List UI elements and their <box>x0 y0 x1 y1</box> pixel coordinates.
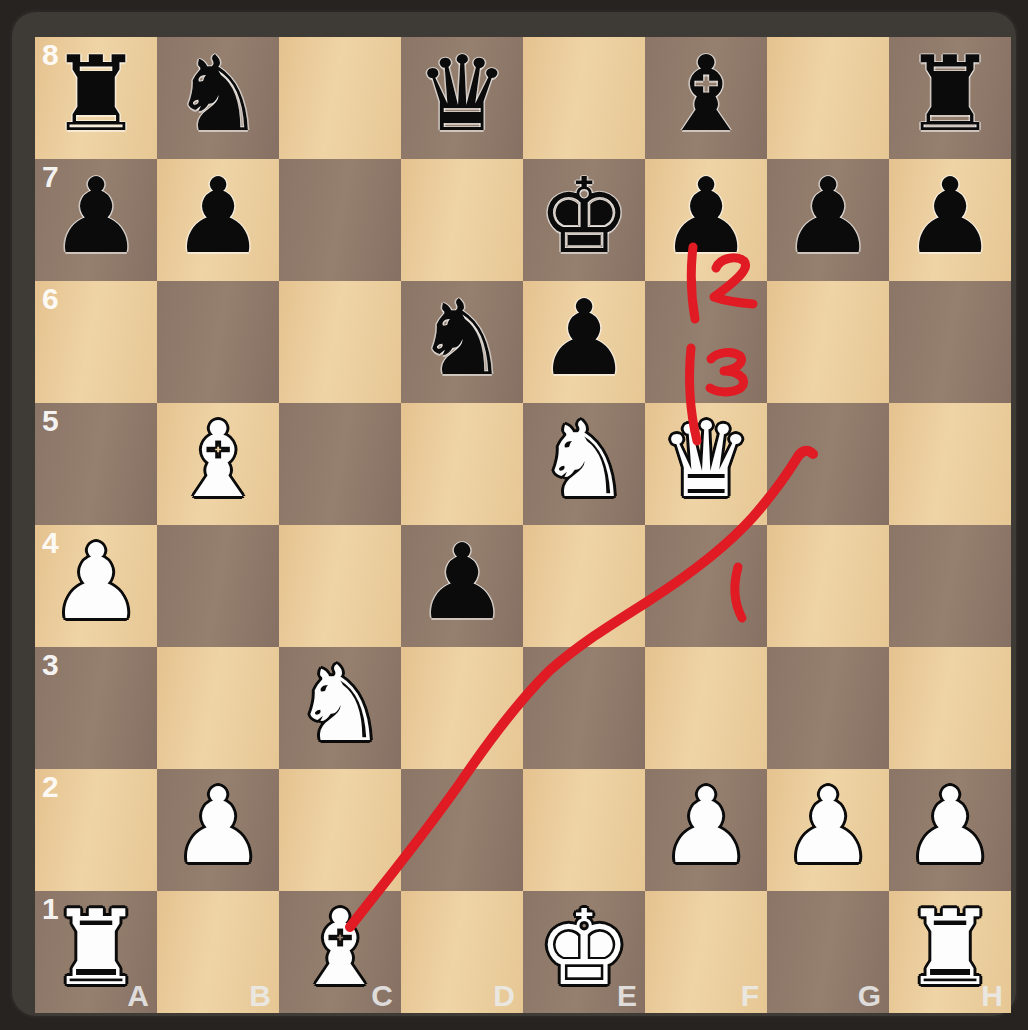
piece-white-rook-a1[interactable]: ♜ <box>49 896 142 1000</box>
square-f2[interactable]: ♟ <box>645 769 767 891</box>
square-b8[interactable]: ♞ <box>157 37 279 159</box>
square-g6[interactable] <box>767 281 889 403</box>
square-f5[interactable]: ♛ <box>645 403 767 525</box>
square-a7[interactable]: 7♟ <box>35 159 157 281</box>
square-h2[interactable]: ♟ <box>889 769 1011 891</box>
square-c8[interactable] <box>279 37 401 159</box>
square-h8[interactable]: ♜ <box>889 37 1011 159</box>
square-b4[interactable] <box>157 525 279 647</box>
square-g4[interactable] <box>767 525 889 647</box>
square-h6[interactable] <box>889 281 1011 403</box>
square-e6[interactable]: ♟ <box>523 281 645 403</box>
file-label-d: D <box>493 979 515 1013</box>
piece-black-pawn-f7[interactable]: ♟ <box>659 164 752 268</box>
square-a1[interactable]: 1A♜ <box>35 891 157 1013</box>
square-c1[interactable]: C♝ <box>279 891 401 1013</box>
square-g1[interactable]: G <box>767 891 889 1013</box>
square-d2[interactable] <box>401 769 523 891</box>
piece-white-pawn-h2[interactable]: ♟ <box>903 774 996 878</box>
piece-white-knight-e5[interactable]: ♞ <box>537 408 630 512</box>
file-label-g: G <box>858 979 881 1013</box>
square-e2[interactable] <box>523 769 645 891</box>
file-label-f: F <box>741 979 759 1013</box>
square-g8[interactable] <box>767 37 889 159</box>
square-d3[interactable] <box>401 647 523 769</box>
square-a5[interactable]: 5 <box>35 403 157 525</box>
square-c2[interactable] <box>279 769 401 891</box>
piece-black-pawn-d4[interactable]: ♟ <box>415 530 508 634</box>
piece-black-rook-h8[interactable]: ♜ <box>903 42 996 146</box>
square-g3[interactable] <box>767 647 889 769</box>
square-e7[interactable]: ♚ <box>523 159 645 281</box>
square-f6[interactable] <box>645 281 767 403</box>
piece-white-rook-h1[interactable]: ♜ <box>903 896 996 1000</box>
chess-board: 8♜♞♛♝♜7♟♟♚♟♟♟6♞♟5♝♞♛4♟♟3♞2♟♟♟♟1A♜BC♝DE♚F… <box>35 37 1011 1013</box>
file-label-b: B <box>249 979 271 1013</box>
piece-black-pawn-a7[interactable]: ♟ <box>49 164 142 268</box>
square-h1[interactable]: H♜ <box>889 891 1011 1013</box>
piece-white-knight-c3[interactable]: ♞ <box>293 652 386 756</box>
app-background: 8♜♞♛♝♜7♟♟♚♟♟♟6♞♟5♝♞♛4♟♟3♞2♟♟♟♟1A♜BC♝DE♚F… <box>0 0 1028 1030</box>
piece-white-pawn-a4[interactable]: ♟ <box>49 530 142 634</box>
square-d4[interactable]: ♟ <box>401 525 523 647</box>
square-c4[interactable] <box>279 525 401 647</box>
square-h3[interactable] <box>889 647 1011 769</box>
square-c6[interactable] <box>279 281 401 403</box>
square-f8[interactable]: ♝ <box>645 37 767 159</box>
square-d7[interactable] <box>401 159 523 281</box>
square-e4[interactable] <box>523 525 645 647</box>
square-f1[interactable]: F <box>645 891 767 1013</box>
square-f3[interactable] <box>645 647 767 769</box>
piece-black-pawn-b7[interactable]: ♟ <box>171 164 264 268</box>
board-frame: 8♜♞♛♝♜7♟♟♚♟♟♟6♞♟5♝♞♛4♟♟3♞2♟♟♟♟1A♜BC♝DE♚F… <box>10 10 1018 1018</box>
piece-black-queen-d8[interactable]: ♛ <box>415 42 508 146</box>
square-b6[interactable] <box>157 281 279 403</box>
square-a4[interactable]: 4♟ <box>35 525 157 647</box>
square-c3[interactable]: ♞ <box>279 647 401 769</box>
square-e1[interactable]: E♚ <box>523 891 645 1013</box>
square-c5[interactable] <box>279 403 401 525</box>
rank-label-6: 6 <box>42 282 59 316</box>
square-g5[interactable] <box>767 403 889 525</box>
piece-white-bishop-c1[interactable]: ♝ <box>293 896 386 1000</box>
piece-white-pawn-f2[interactable]: ♟ <box>659 774 752 878</box>
square-e5[interactable]: ♞ <box>523 403 645 525</box>
piece-white-pawn-g2[interactable]: ♟ <box>781 774 874 878</box>
square-g2[interactable]: ♟ <box>767 769 889 891</box>
rank-label-5: 5 <box>42 404 59 438</box>
piece-black-pawn-e6[interactable]: ♟ <box>537 286 630 390</box>
piece-white-queen-f5[interactable]: ♛ <box>659 408 752 512</box>
square-d1[interactable]: D <box>401 891 523 1013</box>
square-a6[interactable]: 6 <box>35 281 157 403</box>
rank-label-2: 2 <box>42 770 59 804</box>
square-a2[interactable]: 2 <box>35 769 157 891</box>
piece-black-knight-b8[interactable]: ♞ <box>171 42 264 146</box>
square-h4[interactable] <box>889 525 1011 647</box>
square-h7[interactable]: ♟ <box>889 159 1011 281</box>
square-e3[interactable] <box>523 647 645 769</box>
square-a3[interactable]: 3 <box>35 647 157 769</box>
square-f4[interactable] <box>645 525 767 647</box>
piece-black-pawn-h7[interactable]: ♟ <box>903 164 996 268</box>
square-d6[interactable]: ♞ <box>401 281 523 403</box>
square-h5[interactable] <box>889 403 1011 525</box>
square-b5[interactable]: ♝ <box>157 403 279 525</box>
piece-white-bishop-b5[interactable]: ♝ <box>171 408 264 512</box>
square-b1[interactable]: B <box>157 891 279 1013</box>
piece-black-knight-d6[interactable]: ♞ <box>415 286 508 390</box>
square-d5[interactable] <box>401 403 523 525</box>
square-g7[interactable]: ♟ <box>767 159 889 281</box>
square-f7[interactable]: ♟ <box>645 159 767 281</box>
piece-white-pawn-b2[interactable]: ♟ <box>171 774 264 878</box>
piece-black-king-e7[interactable]: ♚ <box>537 164 630 268</box>
rank-label-3: 3 <box>42 648 59 682</box>
piece-black-bishop-f8[interactable]: ♝ <box>659 42 752 146</box>
square-a8[interactable]: 8♜ <box>35 37 157 159</box>
piece-black-rook-a8[interactable]: ♜ <box>49 42 142 146</box>
square-c7[interactable] <box>279 159 401 281</box>
square-d8[interactable]: ♛ <box>401 37 523 159</box>
square-b3[interactable] <box>157 647 279 769</box>
square-b7[interactable]: ♟ <box>157 159 279 281</box>
piece-white-king-e1[interactable]: ♚ <box>537 896 630 1000</box>
square-e8[interactable] <box>523 37 645 159</box>
square-b2[interactable]: ♟ <box>157 769 279 891</box>
piece-black-pawn-g7[interactable]: ♟ <box>781 164 874 268</box>
